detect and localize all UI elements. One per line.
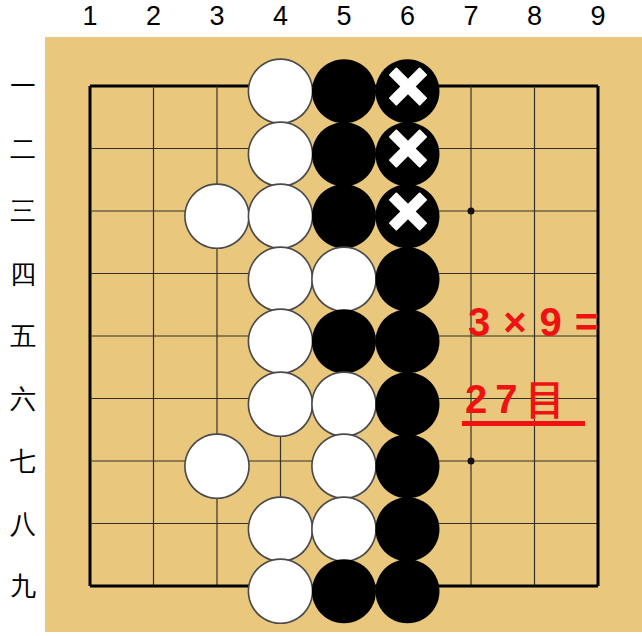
intersection-8-8[interactable] [503, 492, 567, 555]
intersection-7-3[interactable] [439, 180, 503, 243]
intersection-9-3[interactable] [566, 180, 630, 243]
intersection-4-6[interactable]: ● [249, 367, 313, 430]
intersection-1-6[interactable] [58, 367, 122, 430]
intersection-7-7[interactable] [439, 430, 503, 493]
intersection-7-9[interactable] [439, 555, 503, 618]
intersection-2-7[interactable] [122, 430, 186, 493]
row-label-9: 九 [10, 569, 36, 604]
intersection-3-8[interactable] [185, 492, 249, 555]
intersection-9-9[interactable] [566, 555, 630, 618]
intersection-1-5[interactable] [58, 305, 122, 368]
intersection-3-1[interactable] [185, 55, 249, 118]
row-label-5: 五 [10, 319, 36, 354]
page: 123456789 一二三四五六七八九 ●●●●●●●●●●●●●●●●●●●●… [0, 0, 642, 636]
row-label-3: 三 [10, 194, 36, 229]
intersection-2-3[interactable] [122, 180, 186, 243]
intersection-6-9[interactable]: ● [376, 555, 440, 618]
white-stone: ● [244, 542, 317, 626]
intersection-9-2[interactable] [566, 117, 630, 180]
intersection-2-1[interactable] [122, 55, 186, 118]
intersection-7-1[interactable] [439, 55, 503, 118]
row-label-1: 一 [10, 69, 36, 104]
intersection-1-1[interactable] [58, 55, 122, 118]
intersection-1-8[interactable] [58, 492, 122, 555]
white-stone: ● [180, 417, 253, 501]
col-label-8: 8 [527, 1, 542, 32]
intersection-4-9[interactable]: ● [249, 555, 313, 618]
annotation-result: 27目 [462, 378, 585, 426]
col-label-9: 9 [590, 1, 605, 32]
row-label-6: 六 [10, 381, 36, 416]
intersection-7-2[interactable] [439, 117, 503, 180]
black-stone: ● [371, 542, 444, 626]
intersection-8-9[interactable] [503, 555, 567, 618]
col-label-1: 1 [82, 1, 97, 32]
intersection-2-5[interactable] [122, 305, 186, 368]
intersection-1-3[interactable] [58, 180, 122, 243]
intersection-1-7[interactable] [58, 430, 122, 493]
row-label-8: 八 [10, 506, 36, 541]
intersection-8-3[interactable] [503, 180, 567, 243]
intersection-3-3[interactable]: ● [185, 180, 249, 243]
intersection-9-8[interactable] [566, 492, 630, 555]
col-label-7: 7 [463, 1, 478, 32]
intersection-9-7[interactable] [566, 430, 630, 493]
intersection-7-4[interactable] [439, 242, 503, 305]
intersection-3-7[interactable]: ● [185, 430, 249, 493]
intersection-1-9[interactable] [58, 555, 122, 618]
intersection-8-4[interactable] [503, 242, 567, 305]
col-label-6: 6 [400, 1, 415, 32]
intersection-2-6[interactable] [122, 367, 186, 430]
col-label-2: 2 [146, 1, 161, 32]
white-stone: ● [180, 167, 253, 251]
intersection-5-9[interactable]: ● [312, 555, 376, 618]
intersection-9-4[interactable] [566, 242, 630, 305]
col-label-5: 5 [336, 1, 351, 32]
col-label-3: 3 [209, 1, 224, 32]
intersection-3-5[interactable] [185, 305, 249, 368]
intersection-1-4[interactable] [58, 242, 122, 305]
intersection-2-4[interactable] [122, 242, 186, 305]
col-label-4: 4 [273, 1, 288, 32]
intersection-7-8[interactable] [439, 492, 503, 555]
intersection-2-8[interactable] [122, 492, 186, 555]
row-label-7: 七 [10, 444, 36, 479]
white-stone: ● [244, 355, 317, 439]
intersection-3-4[interactable] [185, 242, 249, 305]
black-stone: ● [307, 542, 380, 626]
intersection-9-1[interactable] [566, 55, 630, 118]
row-label-2: 二 [10, 131, 36, 166]
intersection-8-2[interactable] [503, 117, 567, 180]
intersection-8-7[interactable] [503, 430, 567, 493]
row-label-4: 四 [10, 256, 36, 291]
intersection-2-9[interactable] [122, 555, 186, 618]
intersection-3-9[interactable] [185, 555, 249, 618]
annotation-multiplication: 3×9= [468, 301, 611, 343]
intersection-2-2[interactable] [122, 117, 186, 180]
intersection-8-1[interactable] [503, 55, 567, 118]
intersection-1-2[interactable] [58, 117, 122, 180]
